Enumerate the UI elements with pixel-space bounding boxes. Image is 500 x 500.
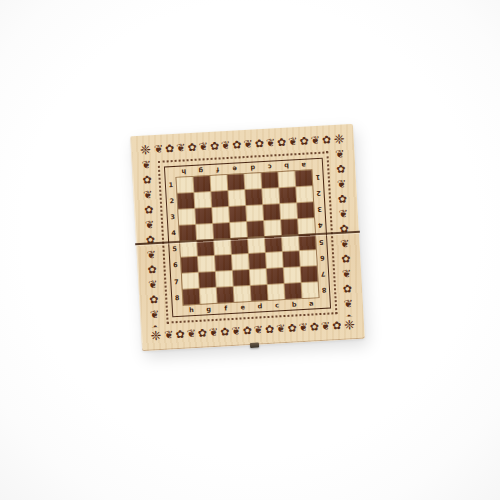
square-c7 [267, 268, 284, 284]
square-e5 [231, 238, 248, 254]
square-e6 [232, 254, 249, 270]
file-bottom-label-c: c [268, 300, 286, 311]
square-c4 [264, 220, 281, 236]
square-b5 [282, 235, 299, 251]
square-c6 [266, 252, 283, 268]
square-b2 [279, 187, 296, 203]
file-bottom-label-h: h [183, 305, 201, 316]
square-g6 [198, 256, 215, 272]
square-f8 [217, 287, 234, 303]
square-h2 [177, 193, 194, 209]
file-bottom-label-a: a [302, 298, 320, 309]
square-h7 [182, 273, 199, 289]
rank-right-label-5: 5 [316, 233, 327, 250]
square-e3 [229, 206, 246, 222]
square-d1 [244, 173, 261, 189]
square-h1 [177, 177, 194, 193]
square-g2 [194, 192, 211, 208]
square-e1 [227, 174, 244, 190]
square-d8 [251, 285, 268, 301]
ornament-corner-icon: ❈ [341, 316, 359, 334]
square-f1 [211, 175, 228, 191]
square-h6 [181, 257, 198, 273]
chess-board: ❦✿❦✿❦✿❦✿❦✿❦✿❦✿❦✿❦✿❦✿ ❦✿❦✿❦✿❦✿❦✿❦✿❦✿❦✿❦✿❦… [130, 124, 365, 351]
square-c5 [265, 236, 282, 252]
square-c2 [262, 188, 279, 204]
square-b4 [281, 219, 298, 235]
square-d7 [250, 269, 267, 285]
rank-right-label-2: 2 [313, 185, 324, 202]
square-c8 [268, 284, 285, 300]
square-f6 [215, 255, 232, 271]
square-h8 [183, 289, 200, 305]
square-a4 [298, 218, 315, 234]
square-a8 [302, 282, 319, 298]
square-h3 [178, 209, 195, 225]
square-b3 [280, 203, 297, 219]
square-d5 [248, 237, 265, 253]
square-g3 [195, 208, 212, 224]
square-g8 [200, 288, 217, 304]
square-e7 [233, 270, 250, 286]
square-f7 [216, 271, 233, 287]
latch-clasp [249, 343, 258, 348]
ornament-corner-icon: ❈ [136, 141, 154, 159]
file-bottom-label-d: d [251, 301, 269, 312]
square-f3 [212, 207, 229, 223]
square-e4 [230, 222, 247, 238]
square-g4 [196, 224, 213, 240]
square-b1 [278, 171, 295, 187]
square-d2 [245, 189, 262, 205]
square-g1 [194, 176, 211, 192]
square-e8 [234, 286, 251, 302]
ornament-corner-icon: ❈ [147, 327, 165, 345]
square-d6 [249, 253, 266, 269]
square-e2 [228, 190, 245, 206]
square-a3 [297, 202, 314, 218]
square-a1 [295, 170, 312, 186]
rank-right-label-8: 8 [319, 281, 330, 298]
ornament-corner-icon: ❈ [330, 130, 348, 148]
square-a7 [301, 266, 318, 282]
file-bottom-label-e: e [234, 302, 252, 313]
rank-right-label-1: 1 [312, 169, 323, 186]
square-c3 [263, 204, 280, 220]
square-a2 [296, 186, 313, 202]
square-g5 [197, 240, 214, 256]
file-bottom-label-g: g [200, 304, 218, 315]
rank-right-label-7: 7 [318, 265, 329, 282]
square-h4 [179, 225, 196, 241]
photo-background: ❦✿❦✿❦✿❦✿❦✿❦✿❦✿❦✿❦✿❦✿ ❦✿❦✿❦✿❦✿❦✿❦✿❦✿❦✿❦✿❦… [0, 0, 500, 500]
square-f4 [213, 223, 230, 239]
rank-right-label-6: 6 [317, 249, 328, 266]
square-c1 [261, 172, 278, 188]
square-d3 [246, 205, 263, 221]
square-b7 [284, 267, 301, 283]
square-f2 [211, 191, 228, 207]
square-h5 [180, 241, 197, 257]
file-bottom-label-b: b [285, 299, 303, 310]
square-d4 [247, 221, 264, 237]
square-a6 [300, 250, 317, 266]
square-g7 [199, 272, 216, 288]
file-bottom-label-f: f [217, 303, 235, 314]
square-f5 [214, 239, 231, 255]
rank-right-label-3: 3 [314, 201, 325, 218]
square-b8 [285, 283, 302, 299]
square-b6 [283, 251, 300, 267]
square-a5 [299, 234, 316, 250]
